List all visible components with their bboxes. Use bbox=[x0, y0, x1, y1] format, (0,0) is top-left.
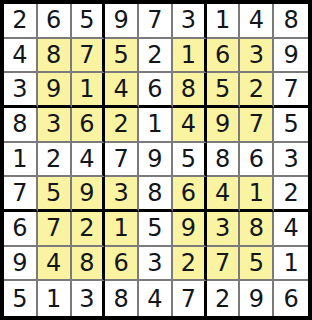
sudoku-cell[interactable]: 4 bbox=[173, 108, 207, 143]
sudoku-cell[interactable]: 9 bbox=[4, 247, 38, 282]
sudoku-cell[interactable]: 8 bbox=[38, 39, 72, 74]
sudoku-cell[interactable]: 6 bbox=[72, 108, 106, 143]
sudoku-cell[interactable]: 3 bbox=[72, 281, 106, 316]
sudoku-cell[interactable]: 3 bbox=[173, 4, 207, 39]
sudoku-cell[interactable]: 2 bbox=[72, 212, 106, 247]
sudoku-cell[interactable]: 8 bbox=[139, 177, 173, 212]
sudoku-cell[interactable]: 9 bbox=[105, 4, 139, 39]
sudoku-cell[interactable]: 1 bbox=[207, 4, 241, 39]
sudoku-cell[interactable]: 6 bbox=[4, 212, 38, 247]
sudoku-cell[interactable]: 2 bbox=[173, 247, 207, 282]
sudoku-cell[interactable]: 7 bbox=[240, 108, 274, 143]
sudoku-cell[interactable]: 3 bbox=[139, 247, 173, 282]
sudoku-cell[interactable]: 7 bbox=[4, 177, 38, 212]
sudoku-cell[interactable]: 6 bbox=[207, 39, 241, 74]
sudoku-cell[interactable]: 4 bbox=[139, 281, 173, 316]
sudoku-cell[interactable]: 7 bbox=[72, 39, 106, 74]
sudoku-cell[interactable]: 8 bbox=[4, 108, 38, 143]
sudoku-cell[interactable]: 7 bbox=[173, 281, 207, 316]
sudoku-cell[interactable]: 1 bbox=[4, 143, 38, 178]
sudoku-cell[interactable]: 2 bbox=[105, 108, 139, 143]
sudoku-cell[interactable]: 8 bbox=[207, 143, 241, 178]
sudoku-cell[interactable]: 4 bbox=[274, 212, 308, 247]
sudoku-cell[interactable]: 5 bbox=[274, 108, 308, 143]
sudoku-cell[interactable]: 7 bbox=[207, 247, 241, 282]
sudoku-cell[interactable]: 3 bbox=[274, 143, 308, 178]
sudoku-cell[interactable]: 1 bbox=[240, 177, 274, 212]
sudoku-cell[interactable]: 8 bbox=[240, 212, 274, 247]
sudoku-cell[interactable]: 7 bbox=[274, 73, 308, 108]
sudoku-cell[interactable]: 5 bbox=[207, 73, 241, 108]
sudoku-cell[interactable]: 3 bbox=[4, 73, 38, 108]
sudoku-cell[interactable]: 9 bbox=[38, 73, 72, 108]
sudoku-cell[interactable]: 4 bbox=[240, 4, 274, 39]
sudoku-cell[interactable]: 9 bbox=[72, 177, 106, 212]
sudoku-cell[interactable]: 4 bbox=[4, 39, 38, 74]
sudoku-cell[interactable]: 8 bbox=[105, 281, 139, 316]
sudoku-cell[interactable]: 3 bbox=[207, 212, 241, 247]
sudoku-cell[interactable]: 7 bbox=[139, 4, 173, 39]
sudoku-cell[interactable]: 5 bbox=[240, 247, 274, 282]
sudoku-cell[interactable]: 5 bbox=[38, 177, 72, 212]
sudoku-cell[interactable]: 2 bbox=[207, 281, 241, 316]
sudoku-cell[interactable]: 6 bbox=[173, 177, 207, 212]
sudoku-cell[interactable]: 5 bbox=[72, 4, 106, 39]
sudoku-cell[interactable]: 2 bbox=[274, 177, 308, 212]
sudoku-cell[interactable]: 9 bbox=[274, 39, 308, 74]
sudoku-cell[interactable]: 5 bbox=[4, 281, 38, 316]
sudoku-cell[interactable]: 2 bbox=[4, 4, 38, 39]
sudoku-cell[interactable]: 1 bbox=[274, 247, 308, 282]
sudoku-cell[interactable]: 1 bbox=[105, 212, 139, 247]
sudoku-cell[interactable]: 1 bbox=[72, 73, 106, 108]
sudoku-cell[interactable]: 4 bbox=[105, 73, 139, 108]
sudoku-cell[interactable]: 2 bbox=[38, 143, 72, 178]
sudoku-cell[interactable]: 8 bbox=[72, 247, 106, 282]
sudoku-cell[interactable]: 8 bbox=[274, 4, 308, 39]
sudoku-cell[interactable]: 9 bbox=[173, 212, 207, 247]
sudoku-cell[interactable]: 6 bbox=[240, 143, 274, 178]
sudoku-cell[interactable]: 7 bbox=[38, 212, 72, 247]
sudoku-cell[interactable]: 6 bbox=[274, 281, 308, 316]
sudoku-cell[interactable]: 5 bbox=[139, 212, 173, 247]
sudoku-cell[interactable]: 3 bbox=[240, 39, 274, 74]
sudoku-cell[interactable]: 1 bbox=[173, 39, 207, 74]
sudoku-cell[interactable]: 4 bbox=[38, 247, 72, 282]
sudoku-cell[interactable]: 1 bbox=[38, 281, 72, 316]
sudoku-cell[interactable]: 1 bbox=[139, 108, 173, 143]
sudoku-cell[interactable]: 3 bbox=[38, 108, 72, 143]
sudoku-cell[interactable]: 6 bbox=[38, 4, 72, 39]
sudoku-cell[interactable]: 9 bbox=[240, 281, 274, 316]
sudoku-cell[interactable]: 4 bbox=[72, 143, 106, 178]
sudoku-cell[interactable]: 7 bbox=[105, 143, 139, 178]
sudoku-cell[interactable]: 9 bbox=[139, 143, 173, 178]
sudoku-board: 2659731484875216393914685278362149751247… bbox=[0, 0, 312, 320]
sudoku-cell[interactable]: 8 bbox=[173, 73, 207, 108]
sudoku-cell[interactable]: 6 bbox=[105, 247, 139, 282]
sudoku-cell[interactable]: 9 bbox=[207, 108, 241, 143]
sudoku-cell[interactable]: 2 bbox=[139, 39, 173, 74]
sudoku-cell[interactable]: 4 bbox=[207, 177, 241, 212]
sudoku-cell[interactable]: 3 bbox=[105, 177, 139, 212]
sudoku-cell[interactable]: 6 bbox=[139, 73, 173, 108]
sudoku-cell[interactable]: 2 bbox=[240, 73, 274, 108]
sudoku-cell[interactable]: 5 bbox=[173, 143, 207, 178]
sudoku-cell[interactable]: 5 bbox=[105, 39, 139, 74]
